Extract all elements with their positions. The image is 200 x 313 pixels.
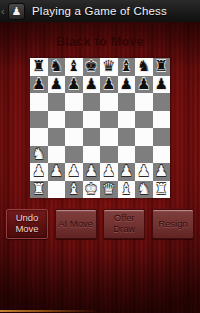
turn-indicator: Black to Move — [0, 35, 200, 49]
square-h6[interactable] — [153, 93, 171, 111]
square-f3[interactable] — [118, 146, 136, 164]
square-f2[interactable]: ♟ — [118, 163, 136, 181]
square-d7[interactable]: ♟ — [83, 76, 101, 94]
white-knight-piece: ♞ — [137, 181, 150, 199]
square-h5[interactable] — [153, 111, 171, 129]
ai-move-button[interactable]: AI Move — [55, 209, 97, 239]
square-a4[interactable] — [30, 128, 48, 146]
square-a2[interactable]: ♟ — [30, 163, 48, 181]
square-h2[interactable]: ♟ — [153, 163, 171, 181]
square-g2[interactable]: ♟ — [135, 163, 153, 181]
square-h7[interactable]: ♟ — [153, 76, 171, 94]
square-c2[interactable]: ♟ — [65, 163, 83, 181]
white-pawn-piece: ♟ — [85, 163, 98, 181]
black-pawn-piece: ♟ — [32, 76, 45, 94]
curtain-glint — [0, 310, 98, 312]
square-c6[interactable] — [65, 93, 83, 111]
white-pawn-piece: ♟ — [137, 163, 150, 181]
black-knight-piece: ♞ — [50, 58, 63, 76]
square-d1[interactable]: ♚ — [83, 181, 101, 199]
white-bishop-piece: ♝ — [120, 181, 133, 199]
chess-board[interactable]: ♜♞♝♚♛♝♞♜♟♟♟♟♟♟♟♟♞♟♟♟♟♟♟♟♟♜♝♚♛♝♞♜ — [30, 58, 170, 198]
chess-pawn-icon: ♟ — [12, 4, 22, 19]
white-pawn-piece: ♟ — [155, 163, 168, 181]
square-b2[interactable]: ♟ — [48, 163, 66, 181]
square-c7[interactable]: ♟ — [65, 76, 83, 94]
square-a5[interactable] — [30, 111, 48, 129]
square-a7[interactable]: ♟ — [30, 76, 48, 94]
square-g1[interactable]: ♞ — [135, 181, 153, 199]
square-g6[interactable] — [135, 93, 153, 111]
square-b8[interactable]: ♞ — [48, 58, 66, 76]
black-king-piece: ♚ — [85, 58, 98, 76]
black-rook-piece: ♜ — [32, 58, 45, 76]
square-e5[interactable] — [100, 111, 118, 129]
action-button-row: Undo Move AI Move Offer Draw Resign — [0, 208, 200, 240]
square-c3[interactable] — [65, 146, 83, 164]
white-king-piece: ♚ — [85, 181, 98, 199]
offer-draw-button[interactable]: Offer Draw — [103, 209, 145, 239]
square-g7[interactable]: ♟ — [135, 76, 153, 94]
black-rook-piece: ♜ — [155, 58, 168, 76]
square-b6[interactable] — [48, 93, 66, 111]
white-rook-piece: ♜ — [155, 181, 168, 199]
black-pawn-piece: ♟ — [67, 76, 80, 94]
square-h3[interactable] — [153, 146, 171, 164]
square-e7[interactable]: ♟ — [100, 76, 118, 94]
white-bishop-piece: ♝ — [67, 181, 80, 199]
resign-button[interactable]: Resign — [152, 209, 194, 239]
square-b4[interactable] — [48, 128, 66, 146]
square-a8[interactable]: ♜ — [30, 58, 48, 76]
square-b7[interactable]: ♟ — [48, 76, 66, 94]
square-h8[interactable]: ♜ — [153, 58, 171, 76]
white-rook-piece: ♜ — [32, 181, 45, 199]
square-e3[interactable] — [100, 146, 118, 164]
square-e4[interactable] — [100, 128, 118, 146]
black-pawn-piece: ♟ — [137, 76, 150, 94]
app-screen: ‹ ♟ Playing a Game of Chess Black to Mov… — [0, 0, 200, 313]
black-bishop-piece: ♝ — [67, 58, 80, 76]
square-e6[interactable] — [100, 93, 118, 111]
square-a6[interactable] — [30, 93, 48, 111]
black-pawn-piece: ♟ — [155, 76, 168, 94]
white-knight-piece: ♞ — [32, 146, 45, 164]
square-b1[interactable] — [48, 181, 66, 199]
square-f5[interactable] — [118, 111, 136, 129]
square-e8[interactable]: ♛ — [100, 58, 118, 76]
square-g3[interactable] — [135, 146, 153, 164]
square-c4[interactable] — [65, 128, 83, 146]
white-pawn-piece: ♟ — [50, 163, 63, 181]
black-pawn-piece: ♟ — [120, 76, 133, 94]
white-queen-piece: ♛ — [102, 181, 115, 199]
square-e1[interactable]: ♛ — [100, 181, 118, 199]
square-d6[interactable] — [83, 93, 101, 111]
square-d2[interactable]: ♟ — [83, 163, 101, 181]
square-d4[interactable] — [83, 128, 101, 146]
square-a1[interactable]: ♜ — [30, 181, 48, 199]
black-queen-piece: ♛ — [102, 58, 115, 76]
black-bishop-piece: ♝ — [120, 58, 133, 76]
white-pawn-piece: ♟ — [32, 163, 45, 181]
square-g4[interactable] — [135, 128, 153, 146]
app-icon: ♟ — [8, 3, 25, 20]
square-f4[interactable] — [118, 128, 136, 146]
square-b3[interactable] — [48, 146, 66, 164]
white-pawn-piece: ♟ — [67, 163, 80, 181]
white-pawn-piece: ♟ — [120, 163, 133, 181]
square-g5[interactable] — [135, 111, 153, 129]
square-d3[interactable] — [83, 146, 101, 164]
square-g8[interactable]: ♞ — [135, 58, 153, 76]
back-chevron-icon: ‹ — [1, 0, 6, 22]
white-pawn-piece: ♟ — [102, 163, 115, 181]
square-f7[interactable]: ♟ — [118, 76, 136, 94]
square-h1[interactable]: ♜ — [153, 181, 171, 199]
page-title: Playing a Game of Chess — [32, 5, 167, 17]
black-knight-piece: ♞ — [137, 58, 150, 76]
square-c5[interactable] — [65, 111, 83, 129]
black-pawn-piece: ♟ — [50, 76, 63, 94]
undo-move-button[interactable]: Undo Move — [6, 209, 48, 239]
black-pawn-piece: ♟ — [85, 76, 98, 94]
square-f6[interactable] — [118, 93, 136, 111]
black-pawn-piece: ♟ — [102, 76, 115, 94]
square-h4[interactable] — [153, 128, 171, 146]
square-d5[interactable] — [83, 111, 101, 129]
square-f1[interactable]: ♝ — [118, 181, 136, 199]
square-c8[interactable]: ♝ — [65, 58, 83, 76]
square-b5[interactable] — [48, 111, 66, 129]
square-e2[interactable]: ♟ — [100, 163, 118, 181]
square-d8[interactable]: ♚ — [83, 58, 101, 76]
square-f8[interactable]: ♝ — [118, 58, 136, 76]
title-bar: ‹ ♟ Playing a Game of Chess — [0, 0, 200, 22]
square-c1[interactable]: ♝ — [65, 181, 83, 199]
square-a3[interactable]: ♞ — [30, 146, 48, 164]
